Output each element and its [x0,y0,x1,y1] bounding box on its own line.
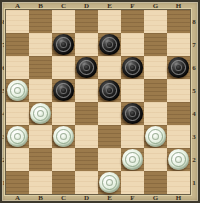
file-label: H [167,2,190,10]
square-h8[interactable] [167,10,190,33]
square-f6[interactable] [121,56,144,79]
square-e8[interactable] [98,10,121,33]
file-label: A [6,2,29,10]
file-labels-top: ABCDEFGH [6,2,190,10]
square-c8[interactable] [52,10,75,33]
square-c5[interactable] [52,79,75,102]
square-h7[interactable] [167,33,190,56]
file-label: C [52,194,75,201]
black-man-e5[interactable] [99,80,120,101]
square-a4[interactable] [6,102,29,125]
square-f2[interactable] [121,148,144,171]
square-e2[interactable] [98,148,121,171]
black-man-d6[interactable] [76,57,97,78]
square-h3[interactable] [167,125,190,148]
white-man-g3[interactable] [145,126,166,147]
square-d4[interactable] [75,102,98,125]
square-a6[interactable] [6,56,29,79]
square-g2[interactable] [144,148,167,171]
square-b5[interactable] [29,79,52,102]
white-man-a3[interactable] [7,126,28,147]
square-d1[interactable] [75,171,98,194]
file-label: B [29,194,52,201]
square-c1[interactable] [52,171,75,194]
square-a1[interactable] [6,171,29,194]
square-g6[interactable] [144,56,167,79]
square-f1[interactable] [121,171,144,194]
square-h1[interactable] [167,171,190,194]
square-a8[interactable] [6,10,29,33]
square-e4[interactable] [98,102,121,125]
board-frame: ABCDEFGH ABCDEFGH 87654321 87654321 [0,0,200,203]
white-man-c3[interactable] [53,126,74,147]
rank-label: 3 [190,125,198,148]
square-d8[interactable] [75,10,98,33]
file-label: G [144,2,167,10]
black-man-f6[interactable] [122,57,143,78]
square-e3[interactable] [98,125,121,148]
file-label: E [98,2,121,10]
square-b6[interactable] [29,56,52,79]
black-man-h6[interactable] [168,57,189,78]
rank-label: 5 [190,79,198,102]
square-b7[interactable] [29,33,52,56]
square-e7[interactable] [98,33,121,56]
square-h5[interactable] [167,79,190,102]
square-e5[interactable] [98,79,121,102]
black-man-c7[interactable] [53,34,74,55]
square-g8[interactable] [144,10,167,33]
square-d6[interactable] [75,56,98,79]
square-h4[interactable] [167,102,190,125]
file-label: A [6,194,29,201]
square-f3[interactable] [121,125,144,148]
square-d5[interactable] [75,79,98,102]
file-label: E [98,194,121,201]
rank-label: 2 [190,148,198,171]
white-man-b4[interactable] [30,103,51,124]
square-g1[interactable] [144,171,167,194]
square-g5[interactable] [144,79,167,102]
square-c2[interactable] [52,148,75,171]
white-man-h2[interactable] [168,149,189,170]
square-b8[interactable] [29,10,52,33]
square-b3[interactable] [29,125,52,148]
white-man-f2[interactable] [122,149,143,170]
file-label: F [121,194,144,201]
black-man-e7[interactable] [99,34,120,55]
white-man-a5[interactable] [7,80,28,101]
file-label: B [29,2,52,10]
file-labels-bottom: ABCDEFGH [6,194,190,201]
square-b1[interactable] [29,171,52,194]
square-c3[interactable] [52,125,75,148]
square-c6[interactable] [52,56,75,79]
rank-label: 6 [190,56,198,79]
square-g3[interactable] [144,125,167,148]
rank-labels-right: 87654321 [190,10,198,194]
square-a7[interactable] [6,33,29,56]
rank-label: 8 [190,10,198,33]
square-h6[interactable] [167,56,190,79]
square-g4[interactable] [144,102,167,125]
rank-label: 7 [190,33,198,56]
square-a3[interactable] [6,125,29,148]
square-f7[interactable] [121,33,144,56]
square-h2[interactable] [167,148,190,171]
rank-label: 1 [190,171,198,194]
board-grid [6,10,190,194]
square-d3[interactable] [75,125,98,148]
square-d7[interactable] [75,33,98,56]
file-label: H [167,194,190,201]
square-f5[interactable] [121,79,144,102]
file-label: D [75,194,98,201]
square-d2[interactable] [75,148,98,171]
black-man-f4[interactable] [122,103,143,124]
square-a5[interactable] [6,79,29,102]
file-label: G [144,194,167,201]
file-label: F [121,2,144,10]
file-label: D [75,2,98,10]
square-a2[interactable] [6,148,29,171]
square-b2[interactable] [29,148,52,171]
file-label: C [52,2,75,10]
square-c4[interactable] [52,102,75,125]
white-man-e1[interactable] [99,172,120,193]
black-man-c5[interactable] [53,80,74,101]
square-e6[interactable] [98,56,121,79]
square-g7[interactable] [144,33,167,56]
square-f8[interactable] [121,10,144,33]
rank-label: 4 [190,102,198,125]
square-f4[interactable] [121,102,144,125]
square-b4[interactable] [29,102,52,125]
square-c7[interactable] [52,33,75,56]
square-e1[interactable] [98,171,121,194]
